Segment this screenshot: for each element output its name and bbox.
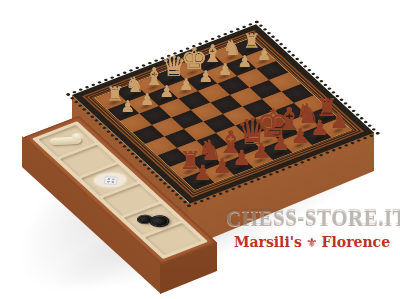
brown-pawn-piece: ♟ <box>327 111 352 132</box>
brand-right: Florence <box>322 234 391 250</box>
brand-left: Marsili's <box>234 234 302 250</box>
watermark: CHESS-STORE.IT Marsili's⚜Florence <box>226 206 398 250</box>
fleur-de-lis-icon: ⚜ <box>302 235 322 250</box>
product-photo: ♜♞♝♛♚♝♞♜♟♟♟♟♟♟♟♟♜♞♝♛♚♝♞♜♟♟♟♟♟♟♟♟ CHESS-S… <box>0 0 400 299</box>
watermark-brand-text: Marsili's⚜Florence <box>226 234 398 250</box>
metal-die-in-bag <box>104 176 118 184</box>
chess-box-top: ♜♞♝♛♚♝♞♜♟♟♟♟♟♟♟♟♜♞♝♛♚♝♞♜♟♟♟♟♟♟♟♟ <box>72 24 374 203</box>
watermark-store-text: CHESS-STORE.IT <box>226 205 398 232</box>
white-pawn-piece: ♟ <box>252 47 277 63</box>
chess-box-scene: ♜♞♝♛♚♝♞♜♟♟♟♟♟♟♟♟♜♞♝♛♚♝♞♜♟♟♟♟♟♟♟♟ <box>0 0 400 299</box>
cream-draughts-stack <box>49 137 81 146</box>
